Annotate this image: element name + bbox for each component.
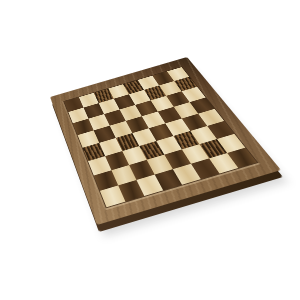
chess-board [50,57,281,225]
product-photo-scene [0,0,300,300]
